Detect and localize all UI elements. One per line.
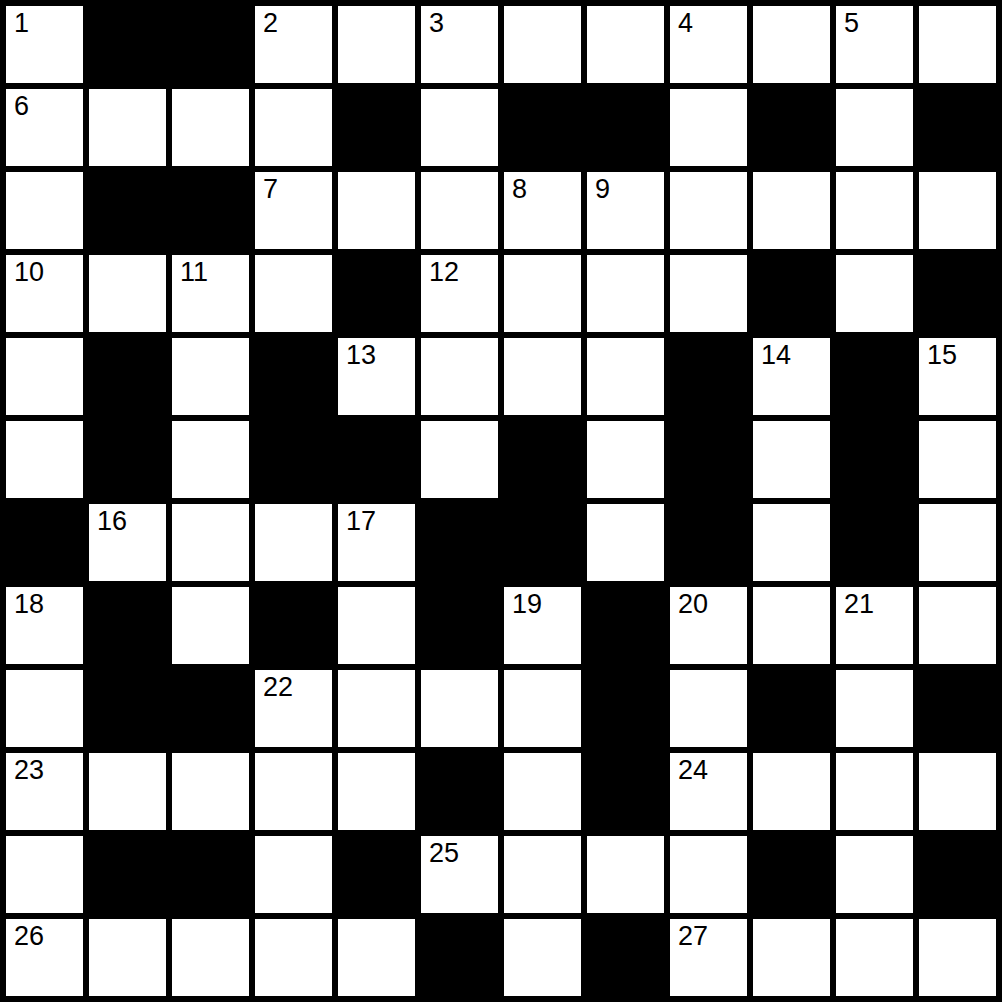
black-cell-r2c7 [504, 89, 581, 166]
white-cell-r1c10[interactable] [753, 6, 830, 83]
white-cell-r12c10[interactable] [753, 919, 830, 996]
black-cell-r7c1 [6, 504, 83, 581]
black-cell-r9c12 [919, 670, 996, 747]
black-cell-r8c2 [89, 587, 166, 664]
white-cell-r10c4[interactable] [255, 753, 332, 830]
white-cell-r4c7[interactable] [504, 255, 581, 332]
white-cell-r10c5[interactable] [338, 753, 415, 830]
clue-number-7: 7 [263, 174, 278, 204]
white-cell-r1c6[interactable]: 3 [421, 6, 498, 83]
black-cell-r8c8 [587, 587, 664, 664]
clue-number-6: 6 [14, 91, 29, 121]
white-cell-r9c7[interactable] [504, 670, 581, 747]
black-cell-r2c8 [587, 89, 664, 166]
white-cell-r8c1[interactable]: 18 [6, 587, 83, 664]
white-cell-r4c11[interactable] [836, 255, 913, 332]
white-cell-r5c7[interactable] [504, 338, 581, 415]
black-cell-r6c2 [89, 421, 166, 498]
clue-number-20: 20 [678, 589, 708, 619]
white-cell-r11c6[interactable]: 25 [421, 836, 498, 913]
black-cell-r12c8 [587, 919, 664, 996]
white-cell-r4c9[interactable] [670, 255, 747, 332]
white-cell-r9c1[interactable] [6, 670, 83, 747]
white-cell-r6c1[interactable] [6, 421, 83, 498]
black-cell-r2c12 [919, 89, 996, 166]
white-cell-r1c9[interactable]: 4 [670, 6, 747, 83]
white-cell-r8c12[interactable] [919, 587, 996, 664]
white-cell-r9c11[interactable] [836, 670, 913, 747]
white-cell-r8c7[interactable]: 19 [504, 587, 581, 664]
black-cell-r7c6 [421, 504, 498, 581]
clue-number-18: 18 [14, 589, 44, 619]
white-cell-r1c11[interactable]: 5 [836, 6, 913, 83]
black-cell-r6c9 [670, 421, 747, 498]
black-cell-r8c6 [421, 587, 498, 664]
white-cell-r10c1[interactable]: 23 [6, 753, 83, 830]
black-cell-r7c7 [504, 504, 581, 581]
white-cell-r3c12[interactable] [919, 172, 996, 249]
white-cell-r11c7[interactable] [504, 836, 581, 913]
white-cell-r3c9[interactable] [670, 172, 747, 249]
white-cell-r2c4[interactable] [255, 89, 332, 166]
clue-number-4: 4 [678, 8, 693, 38]
white-cell-r6c6[interactable] [421, 421, 498, 498]
black-cell-r11c3 [172, 836, 249, 913]
white-cell-r4c2[interactable] [89, 255, 166, 332]
black-cell-r4c12 [919, 255, 996, 332]
white-cell-r8c10[interactable] [753, 587, 830, 664]
white-cell-r10c7[interactable] [504, 753, 581, 830]
white-cell-r8c3[interactable] [172, 587, 249, 664]
black-cell-r11c2 [89, 836, 166, 913]
white-cell-r5c6[interactable] [421, 338, 498, 415]
white-cell-r3c1[interactable] [6, 172, 83, 249]
white-cell-r7c12[interactable] [919, 504, 996, 581]
white-cell-r12c2[interactable] [89, 919, 166, 996]
clue-number-5: 5 [844, 8, 859, 38]
clue-number-19: 19 [512, 589, 542, 619]
clue-number-2: 2 [263, 8, 278, 38]
white-cell-r12c11[interactable] [836, 919, 913, 996]
white-cell-r2c2[interactable] [89, 89, 166, 166]
white-cell-r1c7[interactable] [504, 6, 581, 83]
white-cell-r6c10[interactable] [753, 421, 830, 498]
black-cell-r10c6 [421, 753, 498, 830]
white-cell-r12c5[interactable] [338, 919, 415, 996]
white-cell-r2c11[interactable] [836, 89, 913, 166]
white-cell-r7c10[interactable] [753, 504, 830, 581]
white-cell-r2c9[interactable] [670, 89, 747, 166]
clue-number-1: 1 [14, 8, 29, 38]
white-cell-r11c8[interactable] [587, 836, 664, 913]
white-cell-r1c8[interactable] [587, 6, 664, 83]
white-cell-r8c11[interactable]: 21 [836, 587, 913, 664]
black-cell-r4c10 [753, 255, 830, 332]
white-cell-r11c1[interactable] [6, 836, 83, 913]
black-cell-r5c11 [836, 338, 913, 415]
white-cell-r5c5[interactable]: 13 [338, 338, 415, 415]
black-cell-r5c9 [670, 338, 747, 415]
clue-number-24: 24 [678, 755, 708, 785]
white-cell-r12c9[interactable]: 27 [670, 919, 747, 996]
clue-number-8: 8 [512, 174, 527, 204]
white-cell-r12c1[interactable]: 26 [6, 919, 83, 996]
white-cell-r10c3[interactable] [172, 753, 249, 830]
white-cell-r9c5[interactable] [338, 670, 415, 747]
black-cell-r6c11 [836, 421, 913, 498]
white-cell-r5c10[interactable]: 14 [753, 338, 830, 415]
black-cell-r3c3 [172, 172, 249, 249]
crossword-grid: 1234567891011121314151617181920212223242… [0, 0, 1002, 1002]
white-cell-r12c4[interactable] [255, 919, 332, 996]
clue-number-13: 13 [346, 340, 376, 370]
black-cell-r10c8 [587, 753, 664, 830]
black-cell-r11c10 [753, 836, 830, 913]
white-cell-r3c7[interactable]: 8 [504, 172, 581, 249]
white-cell-r5c1[interactable] [6, 338, 83, 415]
white-cell-r3c10[interactable] [753, 172, 830, 249]
white-cell-r2c3[interactable] [172, 89, 249, 166]
black-cell-r9c8 [587, 670, 664, 747]
white-cell-r10c9[interactable]: 24 [670, 753, 747, 830]
black-cell-r12c6 [421, 919, 498, 996]
white-cell-r1c5[interactable] [338, 6, 415, 83]
black-cell-r8c4 [255, 587, 332, 664]
white-cell-r1c1[interactable]: 1 [6, 6, 83, 83]
white-cell-r6c12[interactable] [919, 421, 996, 498]
clue-number-15: 15 [927, 340, 957, 370]
white-cell-r1c4[interactable]: 2 [255, 6, 332, 83]
white-cell-r5c3[interactable] [172, 338, 249, 415]
black-cell-r1c2 [89, 6, 166, 83]
white-cell-r3c6[interactable] [421, 172, 498, 249]
clue-number-23: 23 [14, 755, 44, 785]
black-cell-r4c5 [338, 255, 415, 332]
clue-number-21: 21 [844, 589, 874, 619]
black-cell-r6c5 [338, 421, 415, 498]
black-cell-r2c10 [753, 89, 830, 166]
black-cell-r9c3 [172, 670, 249, 747]
white-cell-r12c7[interactable] [504, 919, 581, 996]
black-cell-r5c4 [255, 338, 332, 415]
clue-number-11: 11 [180, 257, 208, 287]
black-cell-r7c11 [836, 504, 913, 581]
clue-number-27: 27 [678, 921, 708, 951]
clue-number-22: 22 [263, 672, 293, 702]
black-cell-r9c10 [753, 670, 830, 747]
clue-number-16: 16 [97, 506, 127, 536]
white-cell-r4c6[interactable]: 12 [421, 255, 498, 332]
clue-number-9: 9 [595, 174, 610, 204]
white-cell-r3c4[interactable]: 7 [255, 172, 332, 249]
white-cell-r6c8[interactable] [587, 421, 664, 498]
white-cell-r2c1[interactable]: 6 [6, 89, 83, 166]
black-cell-r11c5 [338, 836, 415, 913]
black-cell-r11c12 [919, 836, 996, 913]
white-cell-r12c3[interactable] [172, 919, 249, 996]
clue-number-10: 10 [14, 257, 44, 287]
white-cell-r9c6[interactable] [421, 670, 498, 747]
clue-number-12: 12 [429, 257, 459, 287]
white-cell-r4c8[interactable] [587, 255, 664, 332]
black-cell-r7c9 [670, 504, 747, 581]
white-cell-r11c4[interactable] [255, 836, 332, 913]
white-cell-r8c5[interactable] [338, 587, 415, 664]
white-cell-r5c8[interactable] [587, 338, 664, 415]
white-cell-r7c4[interactable] [255, 504, 332, 581]
clue-number-17: 17 [346, 506, 376, 536]
black-cell-r1c3 [172, 6, 249, 83]
white-cell-r3c8[interactable]: 9 [587, 172, 664, 249]
white-cell-r11c9[interactable] [670, 836, 747, 913]
clue-number-26: 26 [14, 921, 44, 951]
clue-number-14: 14 [761, 340, 791, 370]
white-cell-r4c3[interactable]: 11 [172, 255, 249, 332]
white-cell-r3c11[interactable] [836, 172, 913, 249]
white-cell-r11c11[interactable] [836, 836, 913, 913]
clue-number-3: 3 [429, 8, 444, 38]
white-cell-r5c12[interactable]: 15 [919, 338, 996, 415]
white-cell-r4c1[interactable]: 10 [6, 255, 83, 332]
white-cell-r2c6[interactable] [421, 89, 498, 166]
white-cell-r10c12[interactable] [919, 753, 996, 830]
black-cell-r5c2 [89, 338, 166, 415]
black-cell-r6c7 [504, 421, 581, 498]
white-cell-r9c4[interactable]: 22 [255, 670, 332, 747]
white-cell-r4c4[interactable] [255, 255, 332, 332]
white-cell-r7c8[interactable] [587, 504, 664, 581]
black-cell-r6c4 [255, 421, 332, 498]
white-cell-r12c12[interactable] [919, 919, 996, 996]
white-cell-r10c11[interactable] [836, 753, 913, 830]
white-cell-r7c5[interactable]: 17 [338, 504, 415, 581]
white-cell-r3c5[interactable] [338, 172, 415, 249]
white-cell-r6c3[interactable] [172, 421, 249, 498]
white-cell-r7c2[interactable]: 16 [89, 504, 166, 581]
white-cell-r1c12[interactable] [919, 6, 996, 83]
white-cell-r10c2[interactable] [89, 753, 166, 830]
white-cell-r7c3[interactable] [172, 504, 249, 581]
black-cell-r3c2 [89, 172, 166, 249]
black-cell-r2c5 [338, 89, 415, 166]
black-cell-r9c2 [89, 670, 166, 747]
white-cell-r9c9[interactable] [670, 670, 747, 747]
clue-number-25: 25 [429, 838, 459, 868]
white-cell-r8c9[interactable]: 20 [670, 587, 747, 664]
white-cell-r10c10[interactable] [753, 753, 830, 830]
